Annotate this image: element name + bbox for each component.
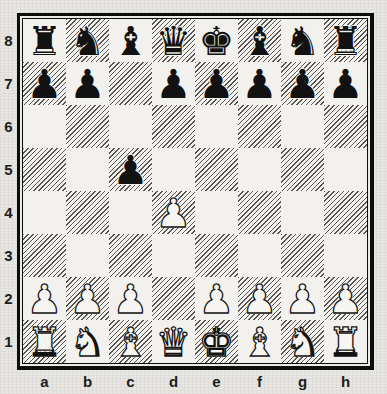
square-f4[interactable] (238, 191, 281, 234)
square-d8[interactable]: ♛ (152, 19, 195, 62)
square-d5[interactable] (152, 148, 195, 191)
white-rook: ♜ (328, 322, 364, 362)
file-label-c: c (109, 370, 152, 392)
square-b2[interactable]: ♟ (66, 277, 109, 320)
square-g1[interactable]: ♞ (281, 320, 324, 363)
square-c6[interactable] (109, 105, 152, 148)
white-pawn: ♟ (199, 279, 235, 319)
square-d3[interactable] (152, 234, 195, 277)
black-bishop: ♝ (113, 21, 149, 61)
file-label-e: e (195, 370, 238, 392)
white-pawn: ♟ (328, 279, 364, 319)
board-grid: ♜♞♝♛♚♝♞♜♟♟♟♟♟♟♟♟♟♟♟♟♟♟♟♟♜♞♝♛♚♝♞♜ (23, 19, 367, 363)
black-rook: ♜ (328, 21, 364, 61)
black-pawn: ♟ (199, 64, 235, 104)
rank-label-5: 5 (0, 148, 17, 191)
square-c3[interactable] (109, 234, 152, 277)
square-g5[interactable] (281, 148, 324, 191)
chess-diagram: 87654321 ♜♞♝♛♚♝♞♜♟♟♟♟♟♟♟♟♟♟♟♟♟♟♟♟♜♞♝♛♚♝♞… (0, 0, 387, 394)
square-g3[interactable] (281, 234, 324, 277)
square-a7[interactable]: ♟ (23, 62, 66, 105)
rank-labels: 87654321 (0, 19, 17, 363)
square-e7[interactable]: ♟ (195, 62, 238, 105)
square-d6[interactable] (152, 105, 195, 148)
black-rook: ♜ (27, 21, 63, 61)
square-a2[interactable]: ♟ (23, 277, 66, 320)
square-b8[interactable]: ♞ (66, 19, 109, 62)
black-knight: ♞ (70, 21, 106, 61)
square-h3[interactable] (324, 234, 367, 277)
white-rook: ♜ (27, 322, 63, 362)
square-b5[interactable] (66, 148, 109, 191)
square-c4[interactable] (109, 191, 152, 234)
file-label-g: g (281, 370, 324, 392)
white-queen: ♛ (156, 322, 192, 362)
square-f7[interactable]: ♟ (238, 62, 281, 105)
white-pawn: ♟ (70, 279, 106, 319)
square-e8[interactable]: ♚ (195, 19, 238, 62)
white-knight: ♞ (285, 322, 321, 362)
square-d1[interactable]: ♛ (152, 320, 195, 363)
rank-label-3: 3 (0, 234, 17, 277)
rank-label-7: 7 (0, 62, 17, 105)
black-pawn: ♟ (27, 64, 63, 104)
square-a5[interactable] (23, 148, 66, 191)
black-pawn: ♟ (328, 64, 364, 104)
file-label-f: f (238, 370, 281, 392)
square-a3[interactable] (23, 234, 66, 277)
square-c7[interactable] (109, 62, 152, 105)
square-b4[interactable] (66, 191, 109, 234)
file-label-h: h (324, 370, 367, 392)
square-f8[interactable]: ♝ (238, 19, 281, 62)
black-queen: ♛ (156, 21, 192, 61)
black-bishop: ♝ (242, 21, 278, 61)
white-bishop: ♝ (242, 322, 278, 362)
square-h6[interactable] (324, 105, 367, 148)
square-e6[interactable] (195, 105, 238, 148)
white-pawn: ♟ (113, 279, 149, 319)
white-pawn: ♟ (156, 193, 192, 233)
square-e1[interactable]: ♚ (195, 320, 238, 363)
file-label-d: d (152, 370, 195, 392)
square-e4[interactable] (195, 191, 238, 234)
black-king: ♚ (199, 21, 235, 61)
rank-label-8: 8 (0, 19, 17, 62)
file-label-b: b (66, 370, 109, 392)
square-d4[interactable]: ♟ (152, 191, 195, 234)
square-g4[interactable] (281, 191, 324, 234)
square-f5[interactable] (238, 148, 281, 191)
square-e5[interactable] (195, 148, 238, 191)
white-king: ♚ (199, 322, 235, 362)
square-d2[interactable] (152, 277, 195, 320)
black-pawn: ♟ (242, 64, 278, 104)
file-label-a: a (23, 370, 66, 392)
black-knight: ♞ (285, 21, 321, 61)
square-d7[interactable]: ♟ (152, 62, 195, 105)
white-pawn: ♟ (242, 279, 278, 319)
black-pawn: ♟ (285, 64, 321, 104)
square-a4[interactable] (23, 191, 66, 234)
square-b1[interactable]: ♞ (66, 320, 109, 363)
rank-label-6: 6 (0, 105, 17, 148)
square-h5[interactable] (324, 148, 367, 191)
square-h7[interactable]: ♟ (324, 62, 367, 105)
square-e3[interactable] (195, 234, 238, 277)
square-b7[interactable]: ♟ (66, 62, 109, 105)
square-a6[interactable] (23, 105, 66, 148)
rank-label-1: 1 (0, 320, 17, 363)
white-knight: ♞ (70, 322, 106, 362)
square-a8[interactable]: ♜ (23, 19, 66, 62)
black-pawn: ♟ (70, 64, 106, 104)
square-a1[interactable]: ♜ (23, 320, 66, 363)
chess-board: ♜♞♝♛♚♝♞♜♟♟♟♟♟♟♟♟♟♟♟♟♟♟♟♟♜♞♝♛♚♝♞♜ (17, 13, 374, 370)
square-c1[interactable]: ♝ (109, 320, 152, 363)
rank-label-4: 4 (0, 191, 17, 234)
white-pawn: ♟ (27, 279, 63, 319)
square-f2[interactable]: ♟ (238, 277, 281, 320)
square-f1[interactable]: ♝ (238, 320, 281, 363)
rank-label-2: 2 (0, 277, 17, 320)
black-pawn: ♟ (156, 64, 192, 104)
square-h8[interactable]: ♜ (324, 19, 367, 62)
square-g2[interactable]: ♟ (281, 277, 324, 320)
black-pawn: ♟ (113, 150, 149, 190)
square-b6[interactable] (66, 105, 109, 148)
square-b3[interactable] (66, 234, 109, 277)
square-h1[interactable]: ♜ (324, 320, 367, 363)
square-g7[interactable]: ♟ (281, 62, 324, 105)
file-labels: abcdefgh (23, 370, 367, 392)
white-pawn: ♟ (285, 279, 321, 319)
square-c8[interactable]: ♝ (109, 19, 152, 62)
square-f3[interactable] (238, 234, 281, 277)
square-h2[interactable]: ♟ (324, 277, 367, 320)
square-g6[interactable] (281, 105, 324, 148)
white-bishop: ♝ (113, 322, 149, 362)
square-c5[interactable]: ♟ (109, 148, 152, 191)
square-f6[interactable] (238, 105, 281, 148)
square-h4[interactable] (324, 191, 367, 234)
square-c2[interactable]: ♟ (109, 277, 152, 320)
square-g8[interactable]: ♞ (281, 19, 324, 62)
square-e2[interactable]: ♟ (195, 277, 238, 320)
board-inner-frame: ♜♞♝♛♚♝♞♜♟♟♟♟♟♟♟♟♟♟♟♟♟♟♟♟♜♞♝♛♚♝♞♜ (22, 18, 368, 364)
